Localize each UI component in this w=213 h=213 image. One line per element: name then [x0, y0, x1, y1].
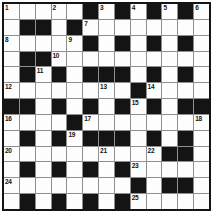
cell-r6c6[interactable] [83, 83, 98, 98]
black-cell-r7c1 [4, 99, 19, 114]
cell-r5c1[interactable] [4, 67, 19, 82]
cell-r7c9[interactable]: 15 [131, 99, 146, 114]
clue-number-9: 9 [68, 36, 71, 43]
cell-r13c11[interactable] [162, 194, 177, 209]
black-cell-r3c12 [178, 36, 193, 51]
cell-r6c11[interactable] [162, 83, 177, 98]
cell-r7c11[interactable] [162, 99, 177, 114]
cell-r1c7[interactable]: 3 [99, 4, 114, 19]
clue-number-21: 21 [100, 147, 107, 154]
cell-r7c5[interactable] [67, 99, 82, 114]
cell-r4c12[interactable] [178, 52, 193, 67]
black-cell-r4c3 [36, 52, 51, 67]
clue-number-8: 8 [5, 36, 8, 43]
cell-r9c5[interactable]: 19 [67, 131, 82, 146]
black-cell-r5c10 [147, 67, 162, 82]
cell-r4c8[interactable] [115, 52, 130, 67]
clue-number-16: 16 [5, 115, 12, 122]
cell-r11c11[interactable] [162, 162, 177, 177]
black-cell-r9c6 [83, 131, 98, 146]
cell-r4c6[interactable] [83, 52, 98, 67]
cell-r2c7[interactable] [99, 20, 114, 35]
black-cell-r6c9 [131, 83, 146, 98]
black-cell-r5c7 [99, 67, 114, 82]
cell-r12c7[interactable] [99, 178, 114, 193]
clue-number-6: 6 [195, 4, 198, 11]
cell-r3c5[interactable]: 9 [67, 36, 82, 51]
cell-r3c1[interactable]: 8 [4, 36, 19, 51]
black-cell-r7c13 [194, 99, 209, 114]
page: 1234567891011121314151617181920212223242… [0, 0, 213, 213]
black-cell-r7c2 [20, 99, 35, 114]
cell-r2c6[interactable]: 7 [83, 20, 98, 35]
cell-r8c10[interactable] [147, 115, 162, 130]
cell-r2c10[interactable] [147, 20, 162, 35]
cell-r1c2[interactable] [20, 4, 35, 19]
clue-number-23: 23 [132, 162, 139, 169]
cell-r13c12[interactable] [178, 194, 193, 209]
cell-r4c9[interactable] [131, 52, 146, 67]
clue-number-24: 24 [5, 178, 12, 185]
cell-r8c6[interactable]: 17 [83, 115, 98, 130]
black-cell-r11c6 [83, 162, 98, 177]
cell-r1c11[interactable]: 5 [162, 4, 177, 19]
cell-r10c9[interactable] [131, 147, 146, 162]
clue-number-18: 18 [195, 115, 202, 122]
black-cell-r13c4 [52, 194, 67, 209]
cell-r8c3[interactable] [36, 115, 51, 130]
clue-number-22: 22 [148, 147, 155, 154]
black-cell-r2c3 [36, 20, 51, 35]
cell-r4c10[interactable] [147, 52, 162, 67]
cell-r13c5[interactable] [67, 194, 82, 209]
cell-r9c11[interactable] [162, 131, 177, 146]
cell-r6c4[interactable] [52, 83, 67, 98]
cell-r7c7[interactable] [99, 99, 114, 114]
cell-r10c7[interactable]: 21 [99, 147, 114, 162]
black-cell-r2c2 [20, 20, 35, 35]
cell-r2c4[interactable] [52, 20, 67, 35]
black-cell-r9c10 [147, 131, 162, 146]
cell-r6c12[interactable] [178, 83, 193, 98]
cell-r3c3[interactable] [36, 36, 51, 51]
cell-r4c5[interactable] [67, 52, 82, 67]
black-cell-r5c2 [20, 67, 35, 82]
cell-r3c11[interactable] [162, 36, 177, 51]
cell-r1c5[interactable] [67, 4, 82, 19]
cell-r4c11[interactable] [162, 52, 177, 67]
black-cell-r7c4 [52, 99, 67, 114]
cell-r10c13[interactable] [194, 147, 209, 162]
black-cell-r13c8 [115, 194, 130, 209]
clue-number-4: 4 [132, 4, 135, 11]
clue-number-20: 20 [5, 147, 12, 154]
black-cell-r11c2 [20, 162, 35, 177]
cell-r5c13[interactable] [194, 67, 209, 82]
clue-number-13: 13 [100, 83, 107, 90]
cell-r10c1[interactable]: 20 [4, 147, 19, 162]
black-cell-r1c6 [83, 4, 98, 19]
cell-r13c10[interactable] [147, 194, 162, 209]
black-cell-r12c11 [162, 178, 177, 193]
cell-r12c3[interactable] [36, 178, 51, 193]
cell-r13c3[interactable] [36, 194, 51, 209]
clue-number-11: 11 [37, 67, 43, 74]
black-cell-r9c7 [99, 131, 114, 146]
cell-r8c2[interactable] [20, 115, 35, 130]
cell-r8c4[interactable] [52, 115, 67, 130]
black-cell-r5c12 [178, 67, 193, 82]
black-cell-r5c8 [115, 67, 130, 82]
black-cell-r7c12 [178, 99, 193, 114]
cell-r11c13[interactable] [194, 162, 209, 177]
cell-r6c10[interactable]: 14 [147, 83, 162, 98]
black-cell-r1c8 [115, 4, 130, 19]
cell-r2c13[interactable] [194, 20, 209, 35]
cell-r5c11[interactable] [162, 67, 177, 82]
cell-r12c5[interactable] [67, 178, 82, 193]
cell-r5c5[interactable] [67, 67, 82, 82]
black-cell-r9c12 [178, 131, 193, 146]
cell-r1c4[interactable]: 2 [52, 4, 67, 19]
cell-r8c9[interactable] [131, 115, 146, 130]
clue-number-1: 1 [5, 4, 8, 11]
clue-number-14: 14 [148, 83, 155, 90]
black-cell-r5c4 [52, 67, 67, 82]
black-cell-r3c6 [83, 36, 98, 51]
cell-r9c9[interactable] [131, 131, 146, 146]
black-cell-r7c10 [147, 99, 162, 114]
black-cell-r13c2 [20, 194, 35, 209]
cell-r12c8[interactable] [115, 178, 130, 193]
cell-r8c7[interactable] [99, 115, 114, 130]
cell-r6c2[interactable] [20, 83, 35, 98]
cell-r7c3[interactable] [36, 99, 51, 114]
clue-number-12: 12 [5, 83, 12, 90]
cell-r11c7[interactable] [99, 162, 114, 177]
black-cell-r7c6 [83, 99, 98, 114]
cell-r12c13[interactable] [194, 178, 209, 193]
cell-r10c10[interactable]: 22 [147, 147, 162, 162]
clue-number-7: 7 [84, 20, 87, 27]
cell-r8c11[interactable] [162, 115, 177, 130]
black-cell-r5c6 [83, 67, 98, 82]
cell-r3c4[interactable] [52, 36, 67, 51]
clue-number-17: 17 [84, 115, 91, 122]
clue-number-25: 25 [132, 194, 139, 201]
black-cell-r4c2 [20, 52, 35, 67]
cell-r4c13[interactable] [194, 52, 209, 67]
black-cell-r13c6 [83, 194, 98, 209]
black-cell-r3c10 [147, 36, 162, 51]
crossword-grid: 1234567891011121314151617181920212223242… [2, 2, 211, 211]
black-cell-r12c12 [178, 178, 193, 193]
cell-r10c3[interactable] [36, 147, 51, 162]
cell-r8c13[interactable]: 18 [194, 115, 209, 130]
cell-r3c13[interactable] [194, 36, 209, 51]
cell-r5c3[interactable]: 11 [36, 67, 51, 82]
cell-r3c9[interactable] [131, 36, 146, 51]
cell-r11c3[interactable] [36, 162, 51, 177]
clue-number-19: 19 [68, 131, 75, 138]
cell-r2c12[interactable] [178, 20, 193, 35]
clue-number-10: 10 [53, 52, 60, 59]
cell-r4c1[interactable] [4, 52, 19, 67]
cell-r2c8[interactable] [115, 20, 130, 35]
cell-r10c6[interactable] [83, 147, 98, 162]
black-cell-r9c4 [52, 131, 67, 146]
cell-r8c8[interactable] [115, 115, 130, 130]
cell-r2c1[interactable] [4, 20, 19, 35]
cell-r6c8[interactable] [115, 83, 130, 98]
cell-r6c7[interactable]: 13 [99, 83, 114, 98]
cell-r3c2[interactable] [20, 36, 35, 51]
clue-number-15: 15 [132, 99, 139, 106]
cell-r5c9[interactable] [131, 67, 146, 82]
black-cell-r1c12 [178, 4, 193, 19]
cell-r4c7[interactable] [99, 52, 114, 67]
cell-r10c4[interactable] [52, 147, 67, 162]
cell-r3c7[interactable] [99, 36, 114, 51]
cell-r11c1[interactable] [4, 162, 19, 177]
cell-r2c11[interactable] [162, 20, 177, 35]
black-cell-r10c11 [162, 147, 177, 162]
cell-r8c1[interactable]: 16 [4, 115, 19, 130]
cell-r12c4[interactable] [52, 178, 67, 193]
cell-r6c5[interactable] [67, 83, 82, 98]
black-cell-r12c9 [131, 178, 146, 193]
cell-r11c5[interactable] [67, 162, 82, 177]
cell-r1c9[interactable]: 4 [131, 4, 146, 19]
clue-number-3: 3 [100, 4, 103, 11]
cell-r13c9[interactable]: 25 [131, 194, 146, 209]
cell-r13c7[interactable] [99, 194, 114, 209]
black-cell-r9c8 [115, 131, 130, 146]
black-cell-r11c8 [115, 162, 130, 177]
cell-r12c1[interactable]: 24 [4, 178, 19, 193]
cell-r2c9[interactable] [131, 20, 146, 35]
cell-r1c13[interactable]: 6 [194, 4, 209, 19]
cell-r11c10[interactable] [147, 162, 162, 177]
clue-number-2: 2 [53, 4, 56, 11]
cell-r1c3[interactable] [36, 4, 51, 19]
cell-r9c3[interactable] [36, 131, 51, 146]
black-cell-r2c5 [67, 20, 82, 35]
cell-r1c1[interactable]: 1 [4, 4, 19, 19]
cell-r10c5[interactable] [67, 147, 82, 162]
cell-r12c6[interactable] [83, 178, 98, 193]
cell-r12c2[interactable] [20, 178, 35, 193]
cell-r11c9[interactable]: 23 [131, 162, 146, 177]
cell-r6c1[interactable]: 12 [4, 83, 19, 98]
cell-r11c12[interactable] [178, 162, 193, 177]
cell-r10c8[interactable] [115, 147, 130, 162]
cell-r10c2[interactable] [20, 147, 35, 162]
black-cell-r11c4 [52, 162, 67, 177]
cell-r8c12[interactable] [178, 115, 193, 130]
cell-r9c13[interactable] [194, 131, 209, 146]
cell-r6c3[interactable] [36, 83, 51, 98]
cell-r4c4[interactable]: 10 [52, 52, 67, 67]
black-cell-r1c10 [147, 4, 162, 19]
black-cell-r8c5 [67, 115, 82, 130]
cell-r13c1[interactable] [4, 194, 19, 209]
cell-r6c13[interactable] [194, 83, 209, 98]
black-cell-r7c8 [115, 99, 130, 114]
cell-r12c10[interactable] [147, 178, 162, 193]
black-cell-r10c12 [178, 147, 193, 162]
cell-r9c1[interactable] [4, 131, 19, 146]
black-cell-r3c8 [115, 36, 130, 51]
black-cell-r9c2 [20, 131, 35, 146]
cell-r13c13[interactable] [194, 194, 209, 209]
clue-number-5: 5 [163, 4, 166, 11]
